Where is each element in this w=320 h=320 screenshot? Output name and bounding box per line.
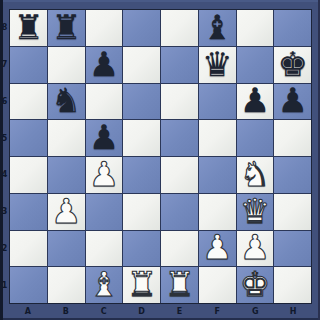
piece-white-pawn: ♟ <box>240 231 270 265</box>
square-e3[interactable] <box>161 194 198 230</box>
square-a5[interactable] <box>10 120 47 156</box>
square-e7[interactable] <box>161 47 198 83</box>
piece-white-pawn: ♟ <box>89 157 119 191</box>
square-d7[interactable] <box>123 47 160 83</box>
square-g1[interactable]: ♚ <box>237 267 274 303</box>
square-b5[interactable] <box>48 120 85 156</box>
square-a8[interactable]: ♜ <box>10 10 47 46</box>
square-c6[interactable] <box>86 84 123 120</box>
rank-label-3: 3 <box>0 193 9 230</box>
square-e8[interactable] <box>161 10 198 46</box>
square-b4[interactable] <box>48 157 85 193</box>
piece-black-knight: ♞ <box>51 84 81 118</box>
file-label-f: F <box>198 304 236 319</box>
square-c3[interactable] <box>86 194 123 230</box>
square-f1[interactable] <box>199 267 236 303</box>
square-e6[interactable] <box>161 84 198 120</box>
square-h2[interactable] <box>274 231 311 267</box>
piece-white-rook: ♜ <box>126 267 156 301</box>
square-b7[interactable] <box>48 47 85 83</box>
square-h3[interactable] <box>274 194 311 230</box>
square-a3[interactable] <box>10 194 47 230</box>
square-c5[interactable]: ♟ <box>86 120 123 156</box>
file-label-c: C <box>85 304 123 319</box>
square-g2[interactable]: ♟ <box>237 231 274 267</box>
rank-label-1: 1 <box>0 267 9 304</box>
square-e5[interactable] <box>161 120 198 156</box>
square-b1[interactable] <box>48 267 85 303</box>
piece-black-queen: ♛ <box>202 47 232 81</box>
square-a6[interactable] <box>10 84 47 120</box>
square-b3[interactable]: ♟ <box>48 194 85 230</box>
file-label-a: A <box>9 304 47 319</box>
square-e1[interactable]: ♜ <box>161 267 198 303</box>
piece-white-pawn: ♟ <box>51 194 81 228</box>
square-g4[interactable]: ♞ <box>237 157 274 193</box>
square-c1[interactable]: ♝ <box>86 267 123 303</box>
square-f2[interactable]: ♟ <box>199 231 236 267</box>
square-f6[interactable] <box>199 84 236 120</box>
piece-black-pawn: ♟ <box>277 84 307 118</box>
square-h1[interactable] <box>274 267 311 303</box>
piece-black-bishop: ♝ <box>202 10 232 44</box>
piece-white-knight: ♞ <box>240 157 270 191</box>
square-d5[interactable] <box>123 120 160 156</box>
square-a4[interactable] <box>10 157 47 193</box>
square-f5[interactable] <box>199 120 236 156</box>
square-g8[interactable] <box>237 10 274 46</box>
square-f3[interactable] <box>199 194 236 230</box>
piece-white-rook: ♜ <box>164 267 194 301</box>
rank-label-8: 8 <box>0 9 9 46</box>
square-h4[interactable] <box>274 157 311 193</box>
square-d2[interactable] <box>123 231 160 267</box>
square-a7[interactable] <box>10 47 47 83</box>
piece-white-king: ♚ <box>240 267 270 301</box>
square-h6[interactable]: ♟ <box>274 84 311 120</box>
rank-label-4: 4 <box>0 157 9 194</box>
square-f8[interactable]: ♝ <box>199 10 236 46</box>
piece-black-rook: ♜ <box>51 10 81 44</box>
square-b6[interactable]: ♞ <box>48 84 85 120</box>
square-c2[interactable] <box>86 231 123 267</box>
square-b2[interactable] <box>48 231 85 267</box>
piece-black-pawn: ♟ <box>89 120 119 154</box>
square-d4[interactable] <box>123 157 160 193</box>
square-g3[interactable]: ♛ <box>237 194 274 230</box>
square-h8[interactable] <box>274 10 311 46</box>
square-c8[interactable] <box>86 10 123 46</box>
square-d8[interactable] <box>123 10 160 46</box>
rank-label-7: 7 <box>0 46 9 83</box>
square-e2[interactable] <box>161 231 198 267</box>
piece-black-king: ♚ <box>277 47 307 81</box>
file-label-e: E <box>161 304 199 319</box>
square-h5[interactable] <box>274 120 311 156</box>
square-h7[interactable]: ♚ <box>274 47 311 83</box>
square-g6[interactable]: ♟ <box>237 84 274 120</box>
piece-black-pawn: ♟ <box>89 47 119 81</box>
square-d3[interactable] <box>123 194 160 230</box>
piece-black-pawn: ♟ <box>240 84 270 118</box>
file-label-d: D <box>123 304 161 319</box>
square-b8[interactable]: ♜ <box>48 10 85 46</box>
rank-label-2: 2 <box>0 230 9 267</box>
square-d1[interactable]: ♜ <box>123 267 160 303</box>
piece-black-rook: ♜ <box>13 10 43 44</box>
square-f7[interactable]: ♛ <box>199 47 236 83</box>
square-g5[interactable] <box>237 120 274 156</box>
square-c4[interactable]: ♟ <box>86 157 123 193</box>
rank-labels: 87654321 <box>0 9 9 304</box>
piece-white-pawn: ♟ <box>202 231 232 265</box>
file-label-b: B <box>47 304 85 319</box>
chess-diagram: 87654321 ♜♜♝♟♛♚♞♟♟♟♟♞♟♛♟♟♝♜♜♚ ABCDEFGH <box>0 0 320 320</box>
rank-label-5: 5 <box>0 120 9 157</box>
file-labels: ABCDEFGH <box>9 304 312 319</box>
piece-white-queen: ♛ <box>240 194 270 228</box>
file-label-h: H <box>274 304 312 319</box>
chess-board: ♜♜♝♟♛♚♞♟♟♟♟♞♟♛♟♟♝♜♜♚ <box>9 9 312 304</box>
square-g7[interactable] <box>237 47 274 83</box>
square-a2[interactable] <box>10 231 47 267</box>
square-a1[interactable] <box>10 267 47 303</box>
square-d6[interactable] <box>123 84 160 120</box>
square-c7[interactable]: ♟ <box>86 47 123 83</box>
piece-white-bishop: ♝ <box>89 267 119 301</box>
square-f4[interactable] <box>199 157 236 193</box>
square-e4[interactable] <box>161 157 198 193</box>
file-label-g: G <box>236 304 274 319</box>
rank-label-6: 6 <box>0 83 9 120</box>
